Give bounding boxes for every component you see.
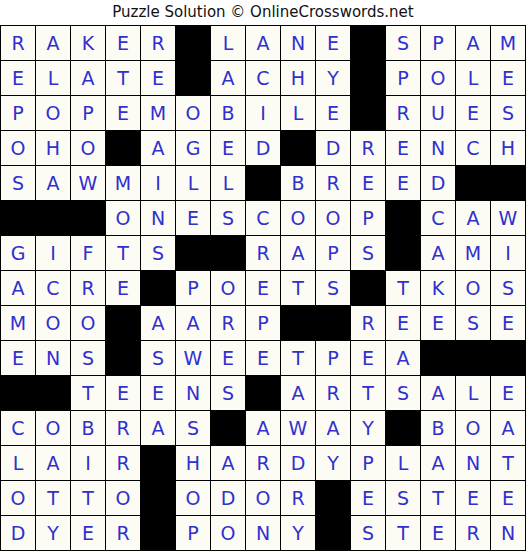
cell-r15c12: T — [386, 516, 421, 551]
cell-r14c11: E — [351, 481, 386, 516]
cell-r13c7: A — [211, 446, 246, 481]
cell-r10c6: W — [176, 341, 211, 376]
cell-r9c3: O — [71, 306, 106, 341]
cell-r15c3: E — [71, 516, 106, 551]
cell-r9c6: A — [176, 306, 211, 341]
cell-r14c14: E — [456, 481, 491, 516]
cell-r6c8: C — [246, 201, 281, 236]
cell-r7c5: S — [141, 236, 176, 271]
cell-r1c13: P — [421, 26, 456, 61]
cell-r14c3: T — [71, 481, 106, 516]
cell-r6c9: O — [281, 201, 316, 236]
cell-r5c4: M — [106, 166, 141, 201]
cell-r12c3: B — [71, 411, 106, 446]
cell-r13c8: R — [246, 446, 281, 481]
cell-r3c12: R — [386, 96, 421, 131]
cell-r5c5: I — [141, 166, 176, 201]
cell-r1c8: A — [246, 26, 281, 61]
cell-r13c2: A — [36, 446, 71, 481]
cell-r13c9: D — [281, 446, 316, 481]
cell-r11c3: T — [71, 376, 106, 411]
cell-r1c4: E — [106, 26, 141, 61]
black-cell-r4c4 — [106, 131, 141, 166]
cell-r1c5: R — [141, 26, 176, 61]
cell-r3c9: L — [281, 96, 316, 131]
cell-r12c1: C — [1, 411, 36, 446]
cell-r5c13: D — [421, 166, 456, 201]
cell-r15c13: E — [421, 516, 456, 551]
cell-r4c14: C — [456, 131, 491, 166]
black-cell-r10c14 — [456, 341, 491, 376]
cell-r4c3: O — [71, 131, 106, 166]
cell-r5c11: E — [351, 166, 386, 201]
cell-r15c7: O — [211, 516, 246, 551]
cell-r2c5: E — [141, 61, 176, 96]
cell-r1c15: M — [491, 26, 526, 61]
cell-r6c7: S — [211, 201, 246, 236]
cell-r5c2: A — [36, 166, 71, 201]
cell-r6c11: P — [351, 201, 386, 236]
cell-r11c15: E — [491, 376, 526, 411]
cell-r11c10: R — [316, 376, 351, 411]
cell-r5c12: E — [386, 166, 421, 201]
cell-r8c13: K — [421, 271, 456, 306]
cell-r3c1: P — [1, 96, 36, 131]
cell-r12c2: O — [36, 411, 71, 446]
cell-r7c4: T — [106, 236, 141, 271]
black-cell-r6c3 — [71, 201, 106, 236]
cell-r9c11: R — [351, 306, 386, 341]
cell-r2c4: T — [106, 61, 141, 96]
black-cell-r7c7 — [211, 236, 246, 271]
cell-r5c6: L — [176, 166, 211, 201]
cell-r7c1: G — [1, 236, 36, 271]
cell-r13c6: H — [176, 446, 211, 481]
cell-r14c2: T — [36, 481, 71, 516]
black-cell-r5c15 — [491, 166, 526, 201]
cell-r4c7: E — [211, 131, 246, 166]
cell-r8c14: O — [456, 271, 491, 306]
black-cell-r7c12 — [386, 236, 421, 271]
cell-r4c5: A — [141, 131, 176, 166]
cell-r15c11: S — [351, 516, 386, 551]
puzzle-solution-page: Puzzle Solution © OnlineCrosswords.net R… — [0, 0, 526, 551]
cell-r1c3: K — [71, 26, 106, 61]
cell-r3c2: O — [36, 96, 71, 131]
black-cell-r11c1 — [1, 376, 36, 411]
cell-r8c2: C — [36, 271, 71, 306]
cell-r4c15: H — [491, 131, 526, 166]
cell-r9c5: A — [141, 306, 176, 341]
cell-r10c11: E — [351, 341, 386, 376]
cell-r1c9: N — [281, 26, 316, 61]
black-cell-r8c11 — [351, 271, 386, 306]
cell-r9c2: O — [36, 306, 71, 341]
cell-r8c15: S — [491, 271, 526, 306]
black-cell-r9c4 — [106, 306, 141, 341]
cell-r11c11: T — [351, 376, 386, 411]
cell-r4c11: R — [351, 131, 386, 166]
cell-r6c15: W — [491, 201, 526, 236]
cell-r10c9: T — [281, 341, 316, 376]
cell-r7c10: P — [316, 236, 351, 271]
cell-r14c13: T — [421, 481, 456, 516]
cell-r3c14: E — [456, 96, 491, 131]
cell-r6c6: E — [176, 201, 211, 236]
black-cell-r12c7 — [211, 411, 246, 446]
cell-r12c6: S — [176, 411, 211, 446]
cell-r8c3: R — [71, 271, 106, 306]
cell-r10c12: A — [386, 341, 421, 376]
cell-r8c8: E — [246, 271, 281, 306]
cell-r11c4: E — [106, 376, 141, 411]
cell-r15c4: R — [106, 516, 141, 551]
cell-r7c15: I — [491, 236, 526, 271]
cell-r6c14: A — [456, 201, 491, 236]
cell-r2c13: O — [421, 61, 456, 96]
cell-r13c10: Y — [316, 446, 351, 481]
cell-r13c12: L — [386, 446, 421, 481]
black-cell-r14c5 — [141, 481, 176, 516]
black-cell-r5c14 — [456, 166, 491, 201]
cell-r5c9: B — [281, 166, 316, 201]
black-cell-r11c2 — [36, 376, 71, 411]
cell-r1c14: A — [456, 26, 491, 61]
cell-r13c11: P — [351, 446, 386, 481]
cell-r12c4: R — [106, 411, 141, 446]
cell-r13c15: T — [491, 446, 526, 481]
black-cell-r9c9 — [281, 306, 316, 341]
cell-r8c7: O — [211, 271, 246, 306]
cell-r4c2: H — [36, 131, 71, 166]
cell-r12c11: Y — [351, 411, 386, 446]
cell-r1c12: S — [386, 26, 421, 61]
cell-r5c1: S — [1, 166, 36, 201]
cell-r7c14: M — [456, 236, 491, 271]
black-cell-r10c13 — [421, 341, 456, 376]
cell-r9c13: E — [421, 306, 456, 341]
cell-r11c7: S — [211, 376, 246, 411]
black-cell-r1c11 — [351, 26, 386, 61]
black-cell-r15c5 — [141, 516, 176, 551]
cell-r2c2: L — [36, 61, 71, 96]
cell-r10c5: S — [141, 341, 176, 376]
cell-r13c13: A — [421, 446, 456, 481]
cell-r3c15: S — [491, 96, 526, 131]
black-cell-r2c6 — [176, 61, 211, 96]
black-cell-r11c8 — [246, 376, 281, 411]
cell-r2c12: P — [386, 61, 421, 96]
black-cell-r13c5 — [141, 446, 176, 481]
cell-r10c2: N — [36, 341, 71, 376]
cell-r2c15: E — [491, 61, 526, 96]
black-cell-r4c9 — [281, 131, 316, 166]
cell-r14c9: R — [281, 481, 316, 516]
black-cell-r2c11 — [351, 61, 386, 96]
cell-r15c14: R — [456, 516, 491, 551]
cell-r3c10: E — [316, 96, 351, 131]
cell-r7c8: R — [246, 236, 281, 271]
cell-r11c14: L — [456, 376, 491, 411]
cell-r10c7: E — [211, 341, 246, 376]
cell-r7c2: I — [36, 236, 71, 271]
cell-r6c13: C — [421, 201, 456, 236]
cell-r4c8: D — [246, 131, 281, 166]
page-title: Puzzle Solution © OnlineCrosswords.net — [0, 0, 526, 25]
cell-r12c8: A — [246, 411, 281, 446]
cell-r14c8: O — [246, 481, 281, 516]
cell-r10c3: S — [71, 341, 106, 376]
black-cell-r9c10 — [316, 306, 351, 341]
cell-r9c8: P — [246, 306, 281, 341]
cell-r8c4: E — [106, 271, 141, 306]
cell-r4c6: G — [176, 131, 211, 166]
black-cell-r10c15 — [491, 341, 526, 376]
cell-r1c10: E — [316, 26, 351, 61]
cell-r10c10: P — [316, 341, 351, 376]
cell-r2c9: H — [281, 61, 316, 96]
cell-r12c15: A — [491, 411, 526, 446]
cell-r3c8: I — [246, 96, 281, 131]
black-cell-r1c6 — [176, 26, 211, 61]
cell-r7c11: S — [351, 236, 386, 271]
cell-r11c13: A — [421, 376, 456, 411]
cell-r12c9: W — [281, 411, 316, 446]
cell-r7c13: A — [421, 236, 456, 271]
cell-r3c13: U — [421, 96, 456, 131]
cell-r7c9: A — [281, 236, 316, 271]
black-cell-r8c5 — [141, 271, 176, 306]
cell-r15c2: Y — [36, 516, 71, 551]
cell-r14c6: O — [176, 481, 211, 516]
cell-r9c7: R — [211, 306, 246, 341]
cell-r13c3: I — [71, 446, 106, 481]
cell-r7c3: F — [71, 236, 106, 271]
cell-r9c15: E — [491, 306, 526, 341]
black-cell-r14c10 — [316, 481, 351, 516]
cell-r4c1: O — [1, 131, 36, 166]
cell-r6c4: O — [106, 201, 141, 236]
cell-r2c3: A — [71, 61, 106, 96]
black-cell-r3c11 — [351, 96, 386, 131]
black-cell-r12c12 — [386, 411, 421, 446]
cell-r8c6: P — [176, 271, 211, 306]
cell-r2c14: L — [456, 61, 491, 96]
cell-r8c9: T — [281, 271, 316, 306]
cell-r15c1: D — [1, 516, 36, 551]
cell-r15c9: Y — [281, 516, 316, 551]
cell-r6c10: O — [316, 201, 351, 236]
cell-r14c7: D — [211, 481, 246, 516]
cell-r12c5: A — [141, 411, 176, 446]
black-cell-r10c4 — [106, 341, 141, 376]
cell-r2c10: Y — [316, 61, 351, 96]
cell-r2c1: E — [1, 61, 36, 96]
cell-r5c10: R — [316, 166, 351, 201]
cell-r15c8: N — [246, 516, 281, 551]
cell-r15c6: P — [176, 516, 211, 551]
cell-r11c6: N — [176, 376, 211, 411]
cell-r9c12: E — [386, 306, 421, 341]
black-cell-r6c2 — [36, 201, 71, 236]
cell-r14c12: S — [386, 481, 421, 516]
cell-r13c14: N — [456, 446, 491, 481]
cell-r12c13: B — [421, 411, 456, 446]
cell-r9c1: M — [1, 306, 36, 341]
cell-r12c10: A — [316, 411, 351, 446]
black-cell-r6c12 — [386, 201, 421, 236]
cell-r4c13: N — [421, 131, 456, 166]
cell-r4c10: D — [316, 131, 351, 166]
cell-r8c1: A — [1, 271, 36, 306]
cell-r15c15: N — [491, 516, 526, 551]
cell-r10c1: E — [1, 341, 36, 376]
cell-r2c8: C — [246, 61, 281, 96]
cell-r11c9: A — [281, 376, 316, 411]
cell-r14c15: E — [491, 481, 526, 516]
cell-r3c7: B — [211, 96, 246, 131]
cell-r14c1: O — [1, 481, 36, 516]
cell-r4c12: E — [386, 131, 421, 166]
black-cell-r5c8 — [246, 166, 281, 201]
cell-r13c4: R — [106, 446, 141, 481]
cell-r5c7: L — [211, 166, 246, 201]
cell-r1c1: R — [1, 26, 36, 61]
cell-r13c1: L — [1, 446, 36, 481]
crossword-grid: RAKERLANESPAMELATEACHYPOLEPOPEMOBILERUES… — [0, 25, 526, 551]
cell-r1c7: L — [211, 26, 246, 61]
cell-r3c3: P — [71, 96, 106, 131]
cell-r8c12: T — [386, 271, 421, 306]
cell-r1c2: A — [36, 26, 71, 61]
cell-r3c6: O — [176, 96, 211, 131]
cell-r14c4: O — [106, 481, 141, 516]
cell-r5c3: W — [71, 166, 106, 201]
cell-r11c12: S — [386, 376, 421, 411]
cell-r11c5: E — [141, 376, 176, 411]
cell-r10c8: E — [246, 341, 281, 376]
cell-r3c5: M — [141, 96, 176, 131]
black-cell-r15c10 — [316, 516, 351, 551]
cell-r2c7: A — [211, 61, 246, 96]
black-cell-r6c1 — [1, 201, 36, 236]
cell-r12c14: O — [456, 411, 491, 446]
cell-r3c4: E — [106, 96, 141, 131]
cell-r8c10: S — [316, 271, 351, 306]
black-cell-r7c6 — [176, 236, 211, 271]
cell-r6c5: N — [141, 201, 176, 236]
cell-r9c14: S — [456, 306, 491, 341]
